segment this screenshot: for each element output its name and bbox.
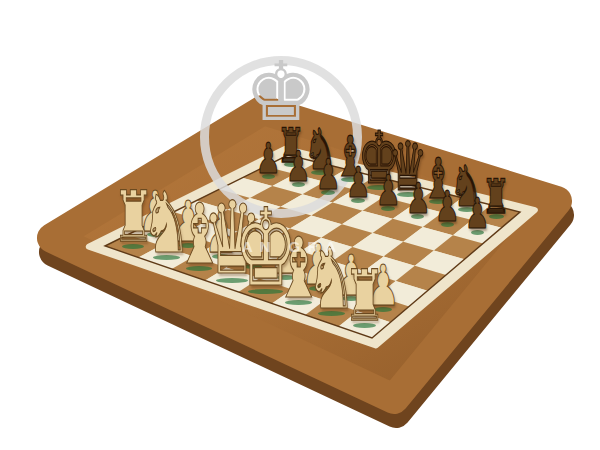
watermark-text: AN GRA [242, 238, 343, 255]
felt-base-d8 [367, 185, 390, 190]
felt-base-b2 [179, 243, 197, 248]
felt-base-h1 [353, 323, 376, 328]
watermark-chess-king-icon: ♚ [231, 50, 331, 134]
felt-base-h7 [471, 230, 485, 235]
felt-base-g7 [441, 222, 455, 227]
felt-base-f7 [411, 214, 425, 219]
felt-base-e2 [277, 275, 295, 280]
felt-base-b8 [311, 170, 329, 175]
felt-base-f2 [309, 286, 327, 291]
felt-base-f1 [285, 300, 312, 305]
felt-base-c7 [321, 190, 335, 195]
felt-base-d7 [351, 198, 365, 203]
felt-base-e1 [248, 289, 282, 294]
felt-base-c2 [212, 254, 230, 259]
felt-base-e7 [381, 206, 395, 211]
felt-base-d1 [216, 278, 248, 283]
felt-base-e8 [397, 192, 419, 197]
felt-base-b7 [292, 182, 306, 187]
felt-base-a1 [122, 244, 145, 249]
felt-base-g8 [458, 207, 476, 212]
chess-set-photo: ♚ AN GRA ♜♞♝♚♛♝♞♜♟♟♟♟♟♟♟♟♟♟♟♟♟♟♟♟♜♞♝♛♚♝♞… [0, 0, 600, 450]
